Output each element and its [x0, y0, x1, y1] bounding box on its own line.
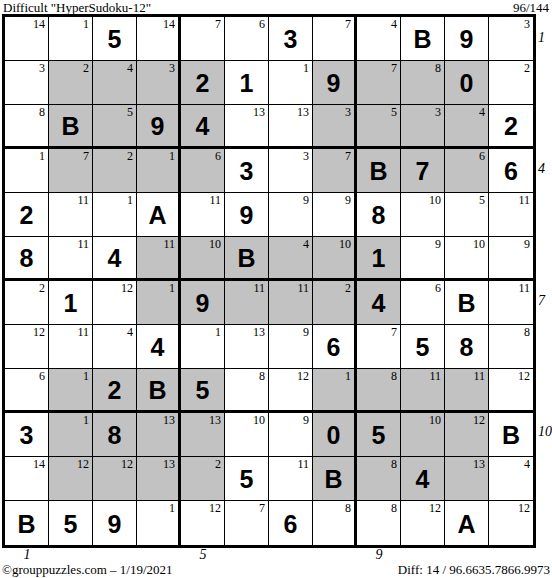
corner-mark: 1: [83, 369, 89, 383]
cell-r6c1[interactable]: 8: [5, 237, 49, 281]
cell-r11c1[interactable]: 14: [5, 457, 49, 501]
cell-r10c12[interactable]: B: [489, 413, 533, 457]
given-digit: 4: [357, 281, 400, 324]
cell-r10c2[interactable]: 1: [49, 413, 93, 457]
cell-r11c11[interactable]: 13: [445, 457, 489, 501]
corner-mark: 4: [524, 457, 530, 471]
corner-mark: 1: [169, 281, 175, 295]
corner-mark: 12: [77, 457, 89, 471]
cell-r1c2[interactable]: 1: [49, 17, 93, 61]
corner-mark: 9: [345, 193, 351, 207]
corner-mark: 12: [209, 501, 221, 515]
given-digit: 5: [49, 501, 92, 545]
cell-r9c2[interactable]: 1: [49, 369, 93, 413]
cell-r4c10[interactable]: 7: [401, 149, 445, 193]
given-digit: 1: [49, 281, 92, 324]
corner-mark: 8: [39, 105, 45, 119]
cell-r4c8[interactable]: 7: [313, 149, 357, 193]
cell-r3c9[interactable]: 5: [357, 105, 401, 149]
given-digit: 7: [401, 149, 444, 192]
cell-r5c1[interactable]: 2: [5, 193, 49, 237]
corner-mark: 7: [345, 149, 351, 163]
given-digit: 2: [181, 61, 224, 104]
corner-mark: 9: [303, 413, 309, 427]
cell-r2c12[interactable]: 2: [489, 61, 533, 105]
cell-r10c9[interactable]: 5: [357, 413, 401, 457]
cell-r12c9[interactable]: 8: [357, 501, 401, 545]
cell-r8c4[interactable]: 4: [137, 325, 181, 369]
corner-mark: 9: [303, 325, 309, 339]
cell-r7c10[interactable]: 6: [401, 281, 445, 325]
cell-r5c3[interactable]: 1: [93, 193, 137, 237]
given-digit: 4: [401, 457, 444, 500]
cell-r11c12[interactable]: 4: [489, 457, 533, 501]
given-digit: 3: [225, 149, 268, 192]
corner-mark: 12: [121, 281, 133, 295]
cell-r8c7[interactable]: 9: [269, 325, 313, 369]
cell-r3c5[interactable]: 4: [181, 105, 225, 149]
cell-r5c4[interactable]: A: [137, 193, 181, 237]
cell-r12c10[interactable]: 12: [401, 501, 445, 545]
corner-mark: 4: [127, 325, 133, 339]
given-digit: A: [137, 193, 178, 236]
cell-r1c7[interactable]: 3: [269, 17, 313, 61]
given-digit: 1: [225, 61, 268, 104]
cell-r5c11[interactable]: 5: [445, 193, 489, 237]
given-digit: 4: [137, 325, 178, 368]
cell-r7c11[interactable]: B: [445, 281, 489, 325]
cell-r5c12[interactable]: 11: [489, 193, 533, 237]
corner-mark: 6: [435, 281, 441, 295]
cell-r3c6[interactable]: 13: [225, 105, 269, 149]
given-digit: 0: [445, 61, 488, 104]
cell-r6c8[interactable]: 10: [313, 237, 357, 281]
corner-mark: 3: [39, 61, 45, 75]
corner-mark: 6: [39, 369, 45, 383]
given-digit: 5: [225, 457, 268, 500]
cell-r1c9[interactable]: 4: [357, 17, 401, 61]
given-digit: 3: [269, 17, 312, 60]
corner-mark: 5: [391, 105, 397, 119]
corner-mark: 11: [297, 281, 309, 295]
cell-r4c2[interactable]: 7: [49, 149, 93, 193]
cell-r10c10[interactable]: 10: [401, 413, 445, 457]
corner-mark: 11: [77, 325, 89, 339]
corner-mark: 11: [77, 237, 89, 251]
given-digit: B: [5, 501, 48, 545]
given-digit: 5: [357, 413, 400, 456]
cell-r1c12[interactable]: 3: [489, 17, 533, 61]
cell-r3c3[interactable]: 5: [93, 105, 137, 149]
given-digit: B: [137, 369, 178, 410]
cell-r3c11[interactable]: 4: [445, 105, 489, 149]
cell-r6c11[interactable]: 10: [445, 237, 489, 281]
cell-r2c6[interactable]: 1: [225, 61, 269, 105]
corner-mark: 13: [209, 413, 221, 427]
given-digit: 9: [93, 501, 136, 545]
given-digit: B: [357, 149, 400, 192]
corner-mark: 12: [121, 457, 133, 471]
cell-r1c10[interactable]: B: [401, 17, 445, 61]
corner-mark: 10: [209, 237, 221, 251]
cell-r9c9[interactable]: 8: [357, 369, 401, 413]
corner-mark: 11: [163, 237, 175, 251]
cell-r7c9[interactable]: 4: [357, 281, 401, 325]
cell-r4c9[interactable]: B: [357, 149, 401, 193]
corner-mark: 5: [127, 105, 133, 119]
corner-mark: 13: [163, 413, 175, 427]
cell-r12c7[interactable]: 6: [269, 501, 313, 545]
given-digit: 6: [489, 149, 533, 192]
corner-mark: 2: [215, 457, 221, 471]
cell-r8c9[interactable]: 7: [357, 325, 401, 369]
cell-r1c3[interactable]: 5: [93, 17, 137, 61]
cell-r6c9[interactable]: 1: [357, 237, 401, 281]
cell-r7c12[interactable]: 11: [489, 281, 533, 325]
corner-mark: 1: [215, 325, 221, 339]
given-digit: 2: [489, 105, 533, 146]
given-digit: 2: [93, 369, 136, 410]
corner-mark: 5: [479, 193, 485, 207]
corner-mark: 13: [297, 105, 309, 119]
corner-mark: 3: [435, 105, 441, 119]
given-digit: 6: [313, 325, 354, 368]
corner-mark: 8: [391, 369, 397, 383]
sudoku-board: 14151476374B933243211978028B594131335342…: [2, 14, 536, 548]
corner-mark: 11: [297, 457, 309, 471]
corner-mark: 1: [169, 501, 175, 515]
row-label-7: 7: [538, 293, 552, 309]
col-label-5: 5: [181, 547, 225, 563]
cell-r9c7[interactable]: 12: [269, 369, 313, 413]
cell-r12c5[interactable]: 12: [181, 501, 225, 545]
corner-mark: 12: [518, 501, 530, 515]
cell-r12c6[interactable]: 7: [225, 501, 269, 545]
cell-r8c8[interactable]: 6: [313, 325, 357, 369]
corner-mark: 10: [253, 413, 265, 427]
given-digit: 8: [5, 237, 48, 278]
cell-r10c8[interactable]: 0: [313, 413, 357, 457]
difficulty-code: Diff: 14 / 96.6635.7866.9973: [398, 562, 550, 578]
cell-r12c11[interactable]: A: [445, 501, 489, 545]
cell-r11c3[interactable]: 12: [93, 457, 137, 501]
cell-r8c11[interactable]: 8: [445, 325, 489, 369]
cell-r2c8[interactable]: 9: [313, 61, 357, 105]
corner-mark: 6: [479, 149, 485, 163]
given-digit: 9: [445, 17, 488, 60]
corner-mark: 8: [391, 501, 397, 515]
cell-r10c6[interactable]: 10: [225, 413, 269, 457]
cell-r8c10[interactable]: 5: [401, 325, 445, 369]
corner-mark: 1: [345, 369, 351, 383]
given-digit: 5: [181, 369, 224, 410]
corner-mark: 4: [479, 105, 485, 119]
corner-mark: 1: [169, 149, 175, 163]
corner-mark: 9: [524, 237, 530, 251]
given-digit: 9: [137, 105, 178, 146]
cell-r7c7[interactable]: 11: [269, 281, 313, 325]
corner-mark: 10: [339, 237, 351, 251]
cell-r11c9[interactable]: 8: [357, 457, 401, 501]
cell-r1c6[interactable]: 6: [225, 17, 269, 61]
cell-r8c2[interactable]: 11: [49, 325, 93, 369]
corner-mark: 8: [345, 501, 351, 515]
given-digit: 8: [445, 325, 488, 368]
cell-r2c5[interactable]: 2: [181, 61, 225, 105]
cell-r10c11[interactable]: 12: [445, 413, 489, 457]
cell-r5c10[interactable]: 10: [401, 193, 445, 237]
given-digit: B: [489, 413, 533, 456]
cell-r7c5[interactable]: 9: [181, 281, 225, 325]
cell-r6c10[interactable]: 9: [401, 237, 445, 281]
corner-mark: 7: [345, 17, 351, 31]
cell-r4c11[interactable]: 6: [445, 149, 489, 193]
cell-r8c5[interactable]: 1: [181, 325, 225, 369]
cell-r9c12[interactable]: 12: [489, 369, 533, 413]
corner-mark: 7: [83, 149, 89, 163]
given-digit: B: [225, 237, 268, 278]
cell-r5c7[interactable]: 9: [269, 193, 313, 237]
corner-mark: 10: [429, 193, 441, 207]
cell-r11c10[interactable]: 4: [401, 457, 445, 501]
cell-r4c4[interactable]: 1: [137, 149, 181, 193]
cell-r1c11[interactable]: 9: [445, 17, 489, 61]
row-label-1: 1: [538, 30, 552, 46]
cell-r5c8[interactable]: 9: [313, 193, 357, 237]
cell-r11c6[interactable]: 5: [225, 457, 269, 501]
corner-mark: 2: [83, 61, 89, 75]
corner-mark: 1: [39, 149, 45, 163]
corner-mark: 8: [524, 325, 530, 339]
cell-r4c5[interactable]: 6: [181, 149, 225, 193]
cell-r3c12[interactable]: 2: [489, 105, 533, 149]
given-digit: 5: [401, 325, 444, 368]
corner-mark: 2: [345, 281, 351, 295]
given-digit: B: [401, 17, 444, 60]
cell-r8c1[interactable]: 12: [5, 325, 49, 369]
corner-mark: 7: [391, 61, 397, 75]
corner-mark: 2: [39, 281, 45, 295]
corner-mark: 4: [303, 237, 309, 251]
corner-mark: 4: [127, 61, 133, 75]
cell-r10c1[interactable]: 3: [5, 413, 49, 457]
cell-r1c1[interactable]: 14: [5, 17, 49, 61]
cell-r1c8[interactable]: 7: [313, 17, 357, 61]
cell-r3c8[interactable]: 3: [313, 105, 357, 149]
corner-mark: 7: [391, 325, 397, 339]
cell-r3c10[interactable]: 3: [401, 105, 445, 149]
cell-r6c6[interactable]: B: [225, 237, 269, 281]
given-digit: 3: [5, 413, 48, 456]
corner-mark: 11: [209, 193, 221, 207]
corner-mark: 11: [77, 193, 89, 207]
cell-r7c1[interactable]: 2: [5, 281, 49, 325]
corner-mark: 9: [303, 193, 309, 207]
cell-r12c2[interactable]: 5: [49, 501, 93, 545]
cell-r1c4[interactable]: 14: [137, 17, 181, 61]
cell-r9c8[interactable]: 1: [313, 369, 357, 413]
cell-r5c2[interactable]: 11: [49, 193, 93, 237]
given-digit: 4: [93, 237, 136, 278]
given-digit: 1: [357, 237, 400, 278]
cell-r6c4[interactable]: 11: [137, 237, 181, 281]
cell-r9c6[interactable]: 8: [225, 369, 269, 413]
corner-mark: 4: [391, 17, 397, 31]
copyright-text: ©grouppuzzles.com – 1/19/2021: [2, 562, 173, 578]
corner-mark: 8: [435, 61, 441, 75]
given-digit: 9: [313, 61, 354, 104]
cell-r10c3[interactable]: 8: [93, 413, 137, 457]
corner-mark: 3: [524, 17, 530, 31]
corner-mark: 14: [163, 17, 175, 31]
cell-r10c5[interactable]: 13: [181, 413, 225, 457]
corner-mark: 3: [169, 61, 175, 75]
corner-mark: 9: [435, 237, 441, 251]
given-digit: 9: [225, 193, 268, 236]
cell-r9c4[interactable]: B: [137, 369, 181, 413]
corner-mark: 10: [473, 237, 485, 251]
cell-r3c4[interactable]: 9: [137, 105, 181, 149]
corner-mark: 13: [473, 457, 485, 471]
cell-r2c10[interactable]: 8: [401, 61, 445, 105]
cell-r4c7[interactable]: 3: [269, 149, 313, 193]
given-digit: 8: [357, 193, 400, 236]
corner-mark: 7: [215, 17, 221, 31]
corner-mark: 3: [303, 149, 309, 163]
given-digit: 5: [93, 17, 136, 60]
corner-mark: 11: [429, 369, 441, 383]
cell-r12c8[interactable]: 8: [313, 501, 357, 545]
cell-r11c4[interactable]: 13: [137, 457, 181, 501]
cell-r10c4[interactable]: 13: [137, 413, 181, 457]
cell-r4c6[interactable]: 3: [225, 149, 269, 193]
corner-mark: 11: [253, 281, 265, 295]
corner-mark: 13: [253, 325, 265, 339]
cell-r11c7[interactable]: 11: [269, 457, 313, 501]
cell-r4c1[interactable]: 1: [5, 149, 49, 193]
corner-mark: 13: [163, 457, 175, 471]
corner-mark: 11: [518, 193, 530, 207]
cell-r3c7[interactable]: 13: [269, 105, 313, 149]
row-label-10: 10: [538, 424, 552, 440]
cell-r2c11[interactable]: 0: [445, 61, 489, 105]
corner-mark: 8: [391, 457, 397, 471]
cell-r2c4[interactable]: 3: [137, 61, 181, 105]
cell-r7c2[interactable]: 1: [49, 281, 93, 325]
cell-r2c1[interactable]: 3: [5, 61, 49, 105]
cell-r6c7[interactable]: 4: [269, 237, 313, 281]
cell-r1c5[interactable]: 7: [181, 17, 225, 61]
given-digit: 6: [269, 501, 312, 545]
corner-mark: 12: [429, 501, 441, 515]
cell-r5c6[interactable]: 9: [225, 193, 269, 237]
cell-r8c6[interactable]: 13: [225, 325, 269, 369]
row-label-4: 4: [538, 161, 552, 177]
given-digit: A: [445, 501, 488, 545]
corner-mark: 10: [429, 413, 441, 427]
given-digit: 0: [313, 413, 354, 456]
corner-mark: 11: [518, 281, 530, 295]
cell-r5c5[interactable]: 11: [181, 193, 225, 237]
corner-mark: 2: [127, 149, 133, 163]
cell-r2c3[interactable]: 4: [93, 61, 137, 105]
cell-r6c5[interactable]: 10: [181, 237, 225, 281]
cell-r4c3[interactable]: 2: [93, 149, 137, 193]
given-digit: 8: [93, 413, 136, 456]
cell-r2c9[interactable]: 7: [357, 61, 401, 105]
cell-r8c3[interactable]: 4: [93, 325, 137, 369]
corner-mark: 12: [297, 369, 309, 383]
cell-r7c4[interactable]: 1: [137, 281, 181, 325]
cell-r11c5[interactable]: 2: [181, 457, 225, 501]
cell-r9c5[interactable]: 5: [181, 369, 225, 413]
cell-r6c2[interactable]: 11: [49, 237, 93, 281]
given-digit: 2: [5, 193, 48, 236]
corner-mark: 1: [83, 17, 89, 31]
cell-r12c12[interactable]: 12: [489, 501, 533, 545]
given-digit: B: [49, 105, 92, 146]
corner-mark: 13: [253, 105, 265, 119]
corner-mark: 7: [259, 501, 265, 515]
cell-r7c6[interactable]: 11: [225, 281, 269, 325]
cell-r10c7[interactable]: 9: [269, 413, 313, 457]
cell-r9c1[interactable]: 6: [5, 369, 49, 413]
given-digit: B: [445, 281, 488, 324]
corner-mark: 3: [345, 105, 351, 119]
cell-r9c11[interactable]: 11: [445, 369, 489, 413]
cell-r12c1[interactable]: B: [5, 501, 49, 545]
col-label-9: 9: [357, 547, 401, 563]
corner-mark: 8: [259, 369, 265, 383]
cell-r7c3[interactable]: 12: [93, 281, 137, 325]
corner-mark: 6: [215, 149, 221, 163]
cell-r12c3[interactable]: 9: [93, 501, 137, 545]
cell-r2c7[interactable]: 1: [269, 61, 313, 105]
cell-r12c4[interactable]: 1: [137, 501, 181, 545]
corner-mark: 12: [473, 413, 485, 427]
cell-r11c8[interactable]: B: [313, 457, 357, 501]
given-digit: 9: [181, 281, 224, 324]
given-digit: B: [313, 457, 354, 500]
cell-r6c3[interactable]: 4: [93, 237, 137, 281]
cell-r3c2[interactable]: B: [49, 105, 93, 149]
cell-r6c12[interactable]: 9: [489, 237, 533, 281]
cell-r8c12[interactable]: 8: [489, 325, 533, 369]
cell-r3c1[interactable]: 8: [5, 105, 49, 149]
given-digit: 4: [181, 105, 224, 146]
cell-r11c2[interactable]: 12: [49, 457, 93, 501]
corner-mark: 6: [259, 17, 265, 31]
corner-mark: 1: [127, 193, 133, 207]
corner-mark: 1: [303, 61, 309, 75]
corner-mark: 12: [33, 325, 45, 339]
corner-mark: 1: [83, 413, 89, 427]
cell-r5c9[interactable]: 8: [357, 193, 401, 237]
corner-mark: 11: [473, 369, 485, 383]
cell-r9c10[interactable]: 11: [401, 369, 445, 413]
cell-r4c12[interactable]: 6: [489, 149, 533, 193]
cell-r2c2[interactable]: 2: [49, 61, 93, 105]
corner-mark: 14: [33, 457, 45, 471]
corner-mark: 14: [33, 17, 45, 31]
corner-mark: 2: [524, 61, 530, 75]
cell-r7c8[interactable]: 2: [313, 281, 357, 325]
cell-r9c3[interactable]: 2: [93, 369, 137, 413]
col-label-1: 1: [5, 547, 49, 563]
corner-mark: 12: [518, 369, 530, 383]
